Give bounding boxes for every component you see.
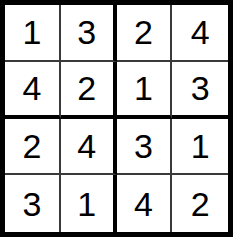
cell-r2c3[interactable]: 1 <box>117 62 173 119</box>
cell-r2c2[interactable]: 2 <box>61 62 117 119</box>
cell-r2c4[interactable]: 3 <box>172 62 228 119</box>
cell-r3c1[interactable]: 2 <box>5 119 61 176</box>
cell-r4c2[interactable]: 1 <box>61 175 117 232</box>
cell-r3c3[interactable]: 3 <box>117 119 173 176</box>
cell-r1c2[interactable]: 3 <box>61 5 117 62</box>
cell-r1c1[interactable]: 1 <box>5 5 61 62</box>
cell-r3c2[interactable]: 4 <box>61 119 117 176</box>
cell-r3c4[interactable]: 1 <box>172 119 228 176</box>
cell-r2c1[interactable]: 4 <box>5 62 61 119</box>
cell-r4c3[interactable]: 4 <box>117 175 173 232</box>
cell-r4c1[interactable]: 3 <box>5 175 61 232</box>
cell-r1c3[interactable]: 2 <box>117 5 173 62</box>
cell-r1c4[interactable]: 4 <box>172 5 228 62</box>
cell-r4c4[interactable]: 2 <box>172 175 228 232</box>
sudoku-board: 1 3 2 4 4 2 1 3 2 4 3 1 3 1 4 2 <box>0 0 233 237</box>
